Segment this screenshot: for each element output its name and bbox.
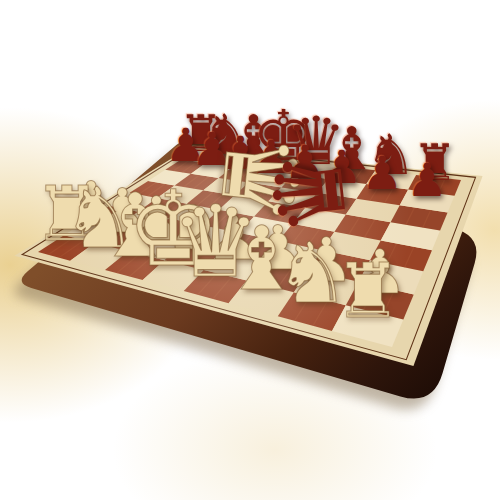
chess-set-photo: ♜♞♝♚♛♝♞♜♟♟♟♟♟♟♟♟♟♟♟♟♟♟♟♟♜♞♝♚♛♝♞♜♛♛	[0, 0, 500, 500]
piece-black-pawn-h7[interactable]: ♟	[404, 161, 450, 203]
piece-black-pawn-g7[interactable]: ♟	[359, 155, 405, 197]
pieces-layer: ♜♞♝♚♛♝♞♜♟♟♟♟♟♟♟♟♟♟♟♟♟♟♟♟♜♞♝♚♛♝♞♜♛♛	[0, 0, 500, 500]
piece-white-rook-h1[interactable]: ♜	[330, 260, 405, 329]
